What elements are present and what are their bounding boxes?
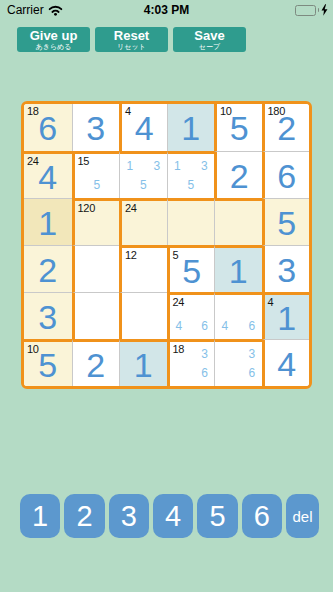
cell-r5c1[interactable]: 2 bbox=[72, 339, 120, 386]
cell-r4c1[interactable] bbox=[72, 292, 120, 339]
candidate-3: 3 bbox=[198, 156, 212, 175]
cage-product-label: 15 bbox=[78, 155, 90, 167]
cell-r0c4[interactable]: 105 bbox=[214, 104, 262, 151]
candidate-marks: 135 bbox=[171, 156, 212, 194]
cell-r0c0[interactable]: 186 bbox=[24, 104, 72, 151]
cell-r3c1[interactable] bbox=[72, 245, 120, 292]
cage-product-label: 4 bbox=[125, 105, 131, 117]
cell-r5c3[interactable]: 1836 bbox=[167, 339, 215, 386]
cell-r3c0[interactable]: 2 bbox=[24, 245, 72, 292]
cell-r0c1[interactable]: 3 bbox=[72, 104, 120, 151]
cell-value: 1 bbox=[168, 104, 215, 151]
reset-label: Reset bbox=[114, 29, 149, 43]
candidate-5: 5 bbox=[137, 175, 151, 194]
cell-r1c4[interactable]: 2 bbox=[214, 151, 262, 198]
candidate-marks: 135 bbox=[123, 156, 164, 194]
candidate-5: 5 bbox=[90, 175, 103, 194]
cage-product-label: 12 bbox=[125, 249, 137, 261]
cell-value: 3 bbox=[73, 104, 120, 151]
cell-r1c3[interactable]: 135 bbox=[167, 151, 215, 198]
candidate-4: 4 bbox=[218, 316, 232, 335]
reset-sublabel: リセット bbox=[117, 43, 146, 51]
cell-r4c0[interactable]: 3 bbox=[24, 292, 72, 339]
cell-r4c3[interactable]: 2446 bbox=[167, 292, 215, 339]
status-bar: Carrier 4:03 PM bbox=[0, 0, 333, 20]
cage-product-label: 24 bbox=[27, 155, 39, 167]
cell-value: 1 bbox=[120, 342, 167, 386]
number-pad: 123456del bbox=[20, 494, 319, 538]
cell-value: 4 bbox=[265, 340, 310, 386]
cell-value: 3 bbox=[265, 246, 310, 292]
cell-r1c5[interactable]: 6 bbox=[262, 151, 310, 198]
save-button[interactable]: Save セーブ bbox=[173, 27, 246, 52]
numpad-delete-button[interactable]: del bbox=[286, 494, 319, 538]
cell-r3c3[interactable]: 55 bbox=[167, 245, 215, 292]
candidate-4: 4 bbox=[173, 316, 186, 335]
cage-product-label: 18 bbox=[173, 343, 185, 355]
cell-r5c5[interactable]: 4 bbox=[262, 339, 310, 386]
candidate-6: 6 bbox=[245, 363, 259, 382]
give-up-button[interactable]: Give up あきらめる bbox=[17, 27, 90, 52]
cell-value: 3 bbox=[24, 293, 72, 339]
save-sublabel: セーブ bbox=[199, 43, 220, 51]
cage-product-label: 10 bbox=[220, 105, 232, 117]
cell-r2c3[interactable] bbox=[167, 198, 215, 245]
cage-product-label: 4 bbox=[268, 296, 274, 308]
cell-value: 6 bbox=[265, 152, 310, 198]
cell-r4c4[interactable]: 46 bbox=[214, 292, 262, 339]
cell-value: 2 bbox=[217, 152, 262, 198]
cell-r0c3[interactable]: 1 bbox=[167, 104, 215, 151]
candidate-3: 3 bbox=[150, 156, 164, 175]
cell-r1c0[interactable]: 244 bbox=[24, 151, 72, 198]
cell-r2c2[interactable]: 24 bbox=[119, 198, 167, 245]
cell-r0c2[interactable]: 44 bbox=[119, 104, 167, 151]
cell-value: 1 bbox=[215, 248, 262, 292]
cage-product-label: 120 bbox=[78, 202, 95, 214]
candidate-3: 3 bbox=[245, 344, 259, 363]
candidate-6: 6 bbox=[198, 316, 211, 335]
cage-product-label: 24 bbox=[173, 296, 185, 308]
battery-icon bbox=[295, 5, 316, 16]
cage-product-label: 18 bbox=[27, 105, 39, 117]
cell-value: 2 bbox=[24, 246, 72, 292]
candidate-3: 3 bbox=[198, 344, 211, 363]
numpad-2-button[interactable]: 2 bbox=[64, 494, 104, 538]
cell-r5c2[interactable]: 1 bbox=[119, 339, 167, 386]
battery-nub bbox=[318, 8, 320, 12]
cell-r3c5[interactable]: 3 bbox=[262, 245, 310, 292]
cell-r5c4[interactable]: 36 bbox=[214, 339, 262, 386]
cage-product-label: 10 bbox=[27, 343, 39, 355]
charging-bolt-icon bbox=[321, 4, 328, 16]
candidate-1: 1 bbox=[123, 156, 137, 175]
cell-r1c2[interactable]: 135 bbox=[119, 151, 167, 198]
candidate-1: 1 bbox=[171, 156, 185, 175]
cell-r4c5[interactable]: 41 bbox=[262, 292, 310, 339]
numpad-6-button[interactable]: 6 bbox=[242, 494, 282, 538]
candidate-marks: 46 bbox=[218, 297, 259, 335]
cage-product-label: 180 bbox=[268, 105, 285, 117]
cage-product-label: 24 bbox=[125, 202, 137, 214]
cell-value: 1 bbox=[24, 199, 72, 245]
candidate-marks: 36 bbox=[218, 344, 259, 382]
cell-r2c5[interactable]: 5 bbox=[262, 198, 310, 245]
numpad-4-button[interactable]: 4 bbox=[153, 494, 193, 538]
cell-r3c2[interactable]: 12 bbox=[119, 245, 167, 292]
cell-r0c5[interactable]: 1802 bbox=[262, 104, 310, 151]
numpad-3-button[interactable]: 3 bbox=[109, 494, 149, 538]
toolbar: Give up あきらめる Reset リセット Save セーブ bbox=[17, 27, 246, 52]
give-up-label: Give up bbox=[30, 29, 78, 43]
clock: 4:03 PM bbox=[0, 3, 333, 17]
give-up-sublabel: あきらめる bbox=[36, 43, 72, 51]
cell-r4c2[interactable] bbox=[119, 292, 167, 339]
cell-r3c4[interactable]: 1 bbox=[214, 245, 262, 292]
numpad-1-button[interactable]: 1 bbox=[20, 494, 60, 538]
candidate-6: 6 bbox=[198, 363, 211, 382]
candidate-6: 6 bbox=[245, 316, 259, 335]
candidate-5: 5 bbox=[184, 175, 198, 194]
cage-product-label: 5 bbox=[173, 249, 179, 261]
save-label: Save bbox=[194, 29, 224, 43]
reset-button[interactable]: Reset リセット bbox=[95, 27, 168, 52]
cell-r2c4[interactable] bbox=[214, 198, 262, 245]
cell-r5c0[interactable]: 105 bbox=[24, 339, 72, 386]
numpad-5-button[interactable]: 5 bbox=[197, 494, 237, 538]
cell-value: 2 bbox=[73, 342, 120, 386]
sudoku-board: 1863441105180224415513513526112024521255… bbox=[21, 101, 312, 389]
cell-value: 5 bbox=[265, 199, 310, 245]
cell-r2c1[interactable]: 120 bbox=[72, 198, 120, 245]
cell-r1c1[interactable]: 155 bbox=[72, 151, 120, 198]
cell-r2c0-selected[interactable]: 1 bbox=[24, 198, 72, 245]
